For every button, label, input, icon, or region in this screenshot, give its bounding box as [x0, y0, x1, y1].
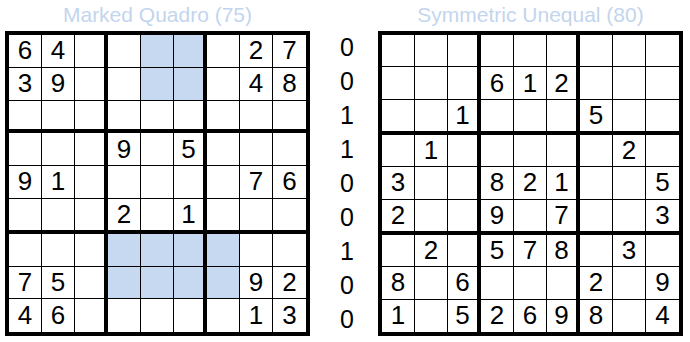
quadro-cell-r5c9[interactable]: 6 [273, 166, 306, 199]
quadro-cell-r7c2[interactable] [42, 234, 75, 267]
quadro-cell-r5c6[interactable] [174, 166, 207, 199]
unequal-cell-r5c3[interactable] [448, 167, 481, 199]
quadro-cell-r1c8[interactable]: 2 [240, 35, 273, 68]
unequal-cell-r2c8[interactable] [613, 67, 646, 99]
unequal-cell-r9c9[interactable]: 4 [646, 300, 679, 332]
unequal-cell-r8c2[interactable] [415, 267, 448, 299]
quadro-cell-r5c1[interactable]: 9 [9, 166, 42, 199]
row-clue-1: 0 [326, 31, 368, 65]
unequal-cell-r4c1[interactable] [382, 135, 415, 167]
unequal-cell-r9c7[interactable]: 8 [580, 300, 613, 332]
unequal-cell-r4c3[interactable] [448, 135, 481, 167]
quadro-cell-r9c1[interactable]: 4 [9, 299, 42, 332]
unequal-cell-r1c4[interactable] [481, 35, 514, 67]
unequal-cell-r4c2[interactable]: 1 [415, 135, 448, 167]
unequal-cell-r8c4[interactable] [481, 267, 514, 299]
quadro-cell-r7c8[interactable] [240, 234, 273, 267]
quadro-cell-r4c3[interactable] [75, 133, 108, 166]
unequal-cell-r1c1[interactable] [382, 35, 415, 67]
unequal-cell-r1c6[interactable] [547, 35, 580, 67]
quadro-cell-r4c7[interactable] [207, 133, 240, 166]
quadro-cell-r3c9[interactable] [273, 101, 306, 134]
quadro-cell-r8c1[interactable]: 7 [9, 267, 42, 300]
quadro-cell-r4c8[interactable] [240, 133, 273, 166]
unequal-cell-r3c1[interactable] [382, 100, 415, 135]
unequal-cell-r6c8[interactable] [613, 200, 646, 235]
unequal-cell-r2c3[interactable] [448, 67, 481, 99]
unequal-cell-r1c7[interactable] [580, 35, 613, 67]
quadro-cell-r2c3[interactable] [75, 68, 108, 101]
unequal-cell-r6c2[interactable] [415, 200, 448, 235]
unequal-cell-r8c6[interactable] [547, 267, 580, 299]
quadro-cell-r1c7[interactable] [207, 35, 240, 68]
quadro-cell-r6c5[interactable] [141, 199, 174, 234]
quadro-cell-r2c6[interactable] [174, 68, 207, 101]
quadro-cell-r8c9[interactable]: 2 [273, 267, 306, 300]
row-clue-9: 0 [326, 302, 368, 336]
unequal-cell-r3c4[interactable] [481, 100, 514, 135]
unequal-cell-r8c3[interactable]: 6 [448, 267, 481, 299]
quadro-cell-r3c2[interactable] [42, 101, 75, 134]
unequal-cell-r9c1[interactable]: 1 [382, 300, 415, 332]
quadro-cell-r9c4[interactable] [108, 299, 141, 332]
unequal-cell-r3c7[interactable]: 5 [580, 100, 613, 135]
quadro-cell-r3c1[interactable] [9, 101, 42, 134]
row-clue-7: 1 [326, 234, 368, 268]
unequal-cell-r7c9[interactable] [646, 235, 679, 267]
unequal-cell-r3c6[interactable] [547, 100, 580, 135]
quadro-cell-r1c1[interactable]: 6 [9, 35, 42, 68]
symmetric-unequal-board: 61215123821529732578386291526984 [378, 31, 683, 336]
quadro-cell-r6c7[interactable] [207, 199, 240, 234]
quadro-cell-r2c9[interactable]: 8 [273, 68, 306, 101]
quadro-cell-r5c8[interactable]: 7 [240, 166, 273, 199]
quadro-cell-r7c3[interactable] [75, 234, 108, 267]
unequal-cell-r4c6[interactable] [547, 135, 580, 167]
unequal-cell-r6c5[interactable] [514, 200, 547, 235]
quadro-cell-r5c4[interactable] [108, 166, 141, 199]
unequal-cell-r5c9[interactable]: 5 [646, 167, 679, 199]
unequal-cell-r5c1[interactable]: 3 [382, 167, 415, 199]
quadro-cell-r1c4[interactable] [108, 35, 141, 68]
quadro-cell-r9c9[interactable]: 3 [273, 299, 306, 332]
quadro-cell-r2c5[interactable] [141, 68, 174, 101]
unequal-cell-r8c8[interactable] [613, 267, 646, 299]
quadro-cell-r5c7[interactable] [207, 166, 240, 199]
quadro-cell-r3c8[interactable] [240, 101, 273, 134]
quadro-cell-r8c3[interactable] [75, 267, 108, 300]
quadro-cell-r4c6[interactable]: 5 [174, 133, 207, 166]
unequal-cell-r9c8[interactable] [613, 300, 646, 332]
quadro-cell-r1c5[interactable] [141, 35, 174, 68]
quadro-cell-r6c3[interactable] [75, 199, 108, 234]
quadro-cell-r4c1[interactable] [9, 133, 42, 166]
unequal-cell-r6c6[interactable]: 7 [547, 200, 580, 235]
unequal-cell-r9c3[interactable]: 5 [448, 300, 481, 332]
quadro-cell-r7c6[interactable] [174, 234, 207, 267]
unequal-cell-r9c5[interactable]: 6 [514, 300, 547, 332]
unequal-cell-r2c6[interactable]: 2 [547, 67, 580, 99]
quadro-cell-r1c3[interactable] [75, 35, 108, 68]
quadro-cell-r8c2[interactable]: 5 [42, 267, 75, 300]
row-clue-4: 1 [326, 133, 368, 167]
quadro-cell-r6c2[interactable] [42, 199, 75, 234]
unequal-cell-r3c3[interactable]: 1 [448, 100, 481, 135]
quadro-cell-r2c4[interactable] [108, 68, 141, 101]
unequal-cell-r4c7[interactable] [580, 135, 613, 167]
quadro-cell-r2c8[interactable]: 4 [240, 68, 273, 101]
unequal-cell-r4c5[interactable] [514, 135, 547, 167]
quadro-cell-r8c4[interactable] [108, 267, 141, 300]
unequal-cell-r2c2[interactable] [415, 67, 448, 99]
quadro-cell-r6c8[interactable] [240, 199, 273, 234]
quadro-cell-r3c6[interactable] [174, 101, 207, 134]
unequal-cell-r3c9[interactable] [646, 100, 679, 135]
unequal-cell-r8c7[interactable]: 2 [580, 267, 613, 299]
unequal-cell-r8c5[interactable] [514, 267, 547, 299]
quadro-cell-r1c2[interactable]: 4 [42, 35, 75, 68]
unequal-cell-r5c4[interactable]: 8 [481, 167, 514, 199]
quadro-cell-r8c7[interactable] [207, 267, 240, 300]
unequal-cell-r4c9[interactable] [646, 135, 679, 167]
quadro-cell-r1c6[interactable] [174, 35, 207, 68]
quadro-cell-r5c2[interactable]: 1 [42, 166, 75, 199]
unequal-cell-r7c6[interactable]: 8 [547, 235, 580, 267]
unequal-cell-r2c9[interactable] [646, 67, 679, 99]
row-clue-6: 0 [326, 200, 368, 234]
quadro-cell-r6c4[interactable]: 2 [108, 199, 141, 234]
unequal-cell-r7c7[interactable] [580, 235, 613, 267]
unequal-cell-r1c5[interactable] [514, 35, 547, 67]
unequal-cell-r5c8[interactable] [613, 167, 646, 199]
unequal-cell-r9c6[interactable]: 9 [547, 300, 580, 332]
unequal-cell-r6c9[interactable]: 3 [646, 200, 679, 235]
quadro-cell-r4c5[interactable] [141, 133, 174, 166]
unequal-cell-r9c4[interactable]: 2 [481, 300, 514, 332]
quadro-cell-r8c8[interactable]: 9 [240, 267, 273, 300]
quadro-cell-r4c4[interactable]: 9 [108, 133, 141, 166]
quadro-cell-r8c5[interactable] [141, 267, 174, 300]
quadro-cell-r2c7[interactable] [207, 68, 240, 101]
quadro-cell-r9c5[interactable] [141, 299, 174, 332]
quadro-cell-r6c9[interactable] [273, 199, 306, 234]
quadro-cell-r4c9[interactable] [273, 133, 306, 166]
unequal-cell-r3c2[interactable] [415, 100, 448, 135]
unequal-cell-r1c9[interactable] [646, 35, 679, 67]
quadro-cell-r7c1[interactable] [9, 234, 42, 267]
unequal-cell-r3c5[interactable] [514, 100, 547, 135]
quadro-cell-r3c3[interactable] [75, 101, 108, 134]
quadro-cell-r6c1[interactable] [9, 199, 42, 234]
unequal-cell-r1c2[interactable] [415, 35, 448, 67]
unequal-cell-r9c2[interactable] [415, 300, 448, 332]
unequal-cell-r7c2[interactable]: 2 [415, 235, 448, 267]
unequal-cell-r3c8[interactable] [613, 100, 646, 135]
quadro-cell-r3c7[interactable] [207, 101, 240, 134]
quadro-cell-r6c6[interactable]: 1 [174, 199, 207, 234]
quadro-cell-r2c2[interactable]: 9 [42, 68, 75, 101]
quadro-cell-r7c5[interactable] [141, 234, 174, 267]
quadro-cell-r7c7[interactable] [207, 234, 240, 267]
unequal-cell-r7c5[interactable]: 7 [514, 235, 547, 267]
quadro-cell-r7c4[interactable] [108, 234, 141, 267]
unequal-cell-r5c2[interactable] [415, 167, 448, 199]
unequal-cell-r7c8[interactable]: 3 [613, 235, 646, 267]
row-clue-5: 0 [326, 167, 368, 201]
unequal-cell-r4c8[interactable]: 2 [613, 135, 646, 167]
puzzle-title-marked-quadro: Marked Quadro (75) [5, 2, 310, 28]
unequal-cell-r6c7[interactable] [580, 200, 613, 235]
quadro-cell-r7c9[interactable] [273, 234, 306, 267]
unequal-cell-r2c1[interactable] [382, 67, 415, 99]
unequal-cell-r2c4[interactable]: 6 [481, 67, 514, 99]
quadro-cell-r3c4[interactable] [108, 101, 141, 134]
unequal-cell-r7c4[interactable]: 5 [481, 235, 514, 267]
unequal-cell-r7c3[interactable] [448, 235, 481, 267]
unequal-cell-r1c8[interactable] [613, 35, 646, 67]
marked-quadro-board: 642739489591762175924613 [5, 31, 310, 336]
quadro-cell-r3c5[interactable] [141, 101, 174, 134]
row-clues-column: 0 0 1 1 0 0 1 0 0 [326, 31, 368, 336]
unequal-cell-r5c7[interactable] [580, 167, 613, 199]
quadro-cell-r9c6[interactable] [174, 299, 207, 332]
unequal-cell-r4c4[interactable] [481, 135, 514, 167]
quadro-cell-r1c9[interactable]: 7 [273, 35, 306, 68]
row-clue-2: 0 [326, 65, 368, 99]
unequal-cell-r6c1[interactable]: 2 [382, 200, 415, 235]
quadro-cell-r5c3[interactable] [75, 166, 108, 199]
unequal-cell-r5c5[interactable]: 2 [514, 167, 547, 199]
quadro-cell-r9c3[interactable] [75, 299, 108, 332]
quadro-cell-r5c5[interactable] [141, 166, 174, 199]
unequal-cell-r1c3[interactable] [448, 35, 481, 67]
row-clue-3: 1 [326, 99, 368, 133]
quadro-cell-r8c6[interactable] [174, 267, 207, 300]
unequal-cell-r8c9[interactable]: 9 [646, 267, 679, 299]
unequal-cell-r5c6[interactable]: 1 [547, 167, 580, 199]
unequal-cell-r6c3[interactable] [448, 200, 481, 235]
quadro-cell-r9c7[interactable] [207, 299, 240, 332]
unequal-cell-r2c5[interactable]: 1 [514, 67, 547, 99]
row-clue-8: 0 [326, 268, 368, 302]
unequal-cell-r7c1[interactable] [382, 235, 415, 267]
unequal-cell-r2c7[interactable] [580, 67, 613, 99]
quadro-cell-r2c1[interactable]: 3 [9, 68, 42, 101]
puzzle-title-symmetric-unequal: Symmetric Unequal (80) [378, 2, 683, 28]
unequal-cell-r6c4[interactable]: 9 [481, 200, 514, 235]
quadro-cell-r4c2[interactable] [42, 133, 75, 166]
quadro-cell-r9c8[interactable]: 1 [240, 299, 273, 332]
unequal-cell-r8c1[interactable]: 8 [382, 267, 415, 299]
quadro-cell-r9c2[interactable]: 6 [42, 299, 75, 332]
